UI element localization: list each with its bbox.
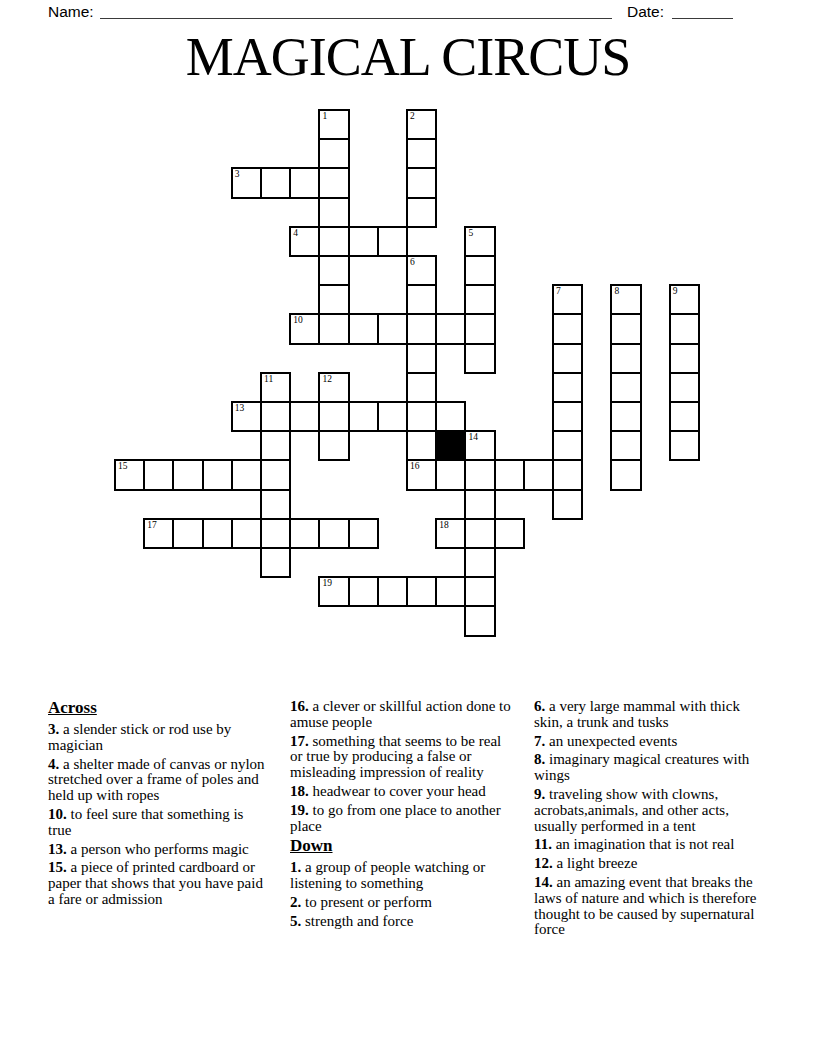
- clue-number: 2: [410, 111, 415, 121]
- down-header: Down: [290, 837, 517, 855]
- clue-down-1: 1. a group of people watching or listeni…: [290, 860, 517, 892]
- grid-cell[interactable]: [202, 518, 233, 549]
- grid-cell[interactable]: [318, 197, 349, 228]
- clue-column-middle: 16. a clever or skillful action done to …: [290, 699, 517, 933]
- grid-cell[interactable]: [260, 547, 291, 578]
- grid-cell[interactable]: [231, 459, 262, 490]
- clue-number: 12: [322, 374, 332, 384]
- clue-number: 14: [468, 432, 478, 442]
- grid-cell[interactable]: [289, 167, 320, 198]
- grid-cell[interactable]: [260, 518, 291, 549]
- grid-cell[interactable]: [494, 459, 525, 490]
- grid-cell[interactable]: [552, 489, 583, 520]
- grid-cell[interactable]: [464, 576, 495, 607]
- clue-column-left: Across3. a slender stick or rod use by m…: [48, 699, 268, 911]
- grid-cell[interactable]: 8: [610, 284, 641, 315]
- grid-cell[interactable]: [202, 459, 233, 490]
- grid-cell[interactable]: 14: [464, 430, 495, 461]
- grid-cell[interactable]: [348, 226, 379, 257]
- clue-across-4: 4. a shelter made of canvas or nylon str…: [48, 757, 268, 804]
- grid-cell[interactable]: [669, 401, 700, 432]
- black-cell: [435, 430, 466, 461]
- grid-cell[interactable]: [260, 489, 291, 520]
- grid-cell[interactable]: 9: [669, 284, 700, 315]
- grid-cell[interactable]: [494, 518, 525, 549]
- grid-cell[interactable]: 11: [260, 372, 291, 403]
- worksheet-page: Name: Date: MAGICAL CIRCUS 1234567891011…: [0, 0, 816, 1056]
- clue-number: 13: [235, 403, 245, 413]
- grid-cell[interactable]: [348, 518, 379, 549]
- grid-cell[interactable]: 19: [318, 576, 349, 607]
- grid-cell[interactable]: [406, 138, 437, 169]
- clue-across-10: 10. to feel sure that something is true: [48, 807, 268, 839]
- clue-number: 1: [322, 111, 327, 121]
- grid-cell[interactable]: [318, 313, 349, 344]
- grid-cell[interactable]: 17: [143, 518, 174, 549]
- grid-cell[interactable]: [669, 313, 700, 344]
- grid-cell[interactable]: [406, 284, 437, 315]
- grid-cell[interactable]: [406, 197, 437, 228]
- clue-number: 18: [439, 520, 449, 530]
- grid-cell[interactable]: [260, 430, 291, 461]
- grid-cell[interactable]: [464, 459, 495, 490]
- grid-cell[interactable]: [406, 576, 437, 607]
- clue-down-9: 9. traveling show with clowns, acrobats,…: [534, 787, 760, 834]
- clue-number: 7: [556, 286, 561, 296]
- grid-cell[interactable]: [464, 605, 495, 636]
- clue-number: 8: [614, 286, 619, 296]
- clue-across-15: 15. a piece of printed cardboard or pape…: [48, 860, 268, 907]
- grid-cell[interactable]: [435, 313, 466, 344]
- clue-across-18: 18. headwear to cover your head: [290, 784, 517, 800]
- grid-cell[interactable]: [435, 401, 466, 432]
- grid-cell[interactable]: 13: [231, 401, 262, 432]
- grid-cell[interactable]: 3: [231, 167, 262, 198]
- grid-cell[interactable]: [289, 401, 320, 432]
- grid-cell[interactable]: [172, 459, 203, 490]
- grid-cell[interactable]: [406, 313, 437, 344]
- grid-cell[interactable]: [318, 430, 349, 461]
- clue-down-14: 14. an amazing event that breaks the law…: [534, 875, 760, 938]
- grid-cell[interactable]: [552, 313, 583, 344]
- name-label: Name:: [48, 3, 94, 21]
- grid-cell[interactable]: [669, 343, 700, 374]
- grid-cell[interactable]: 4: [289, 226, 320, 257]
- grid-cell[interactable]: [610, 313, 641, 344]
- grid-cell[interactable]: [377, 226, 408, 257]
- grid-cell[interactable]: [377, 313, 408, 344]
- crossword-grid: 12345678910111213141516171819: [115, 110, 703, 640]
- grid-cell[interactable]: [464, 518, 495, 549]
- clue-number: 6: [410, 257, 415, 267]
- grid-cell[interactable]: [377, 401, 408, 432]
- grid-cell[interactable]: [464, 547, 495, 578]
- grid-cell[interactable]: [610, 372, 641, 403]
- grid-cell[interactable]: [669, 372, 700, 403]
- grid-cell[interactable]: [406, 167, 437, 198]
- grid-cell[interactable]: [435, 576, 466, 607]
- clue-down-6: 6. a very large mammal with thick skin, …: [534, 699, 760, 731]
- clue-across-3: 3. a slender stick or rod use by magicia…: [48, 722, 268, 754]
- grid-cell[interactable]: [552, 343, 583, 374]
- name-input-line[interactable]: [100, 18, 612, 19]
- grid-cell[interactable]: [172, 518, 203, 549]
- grid-cell[interactable]: [552, 372, 583, 403]
- clue-across-17: 17. something that seems to be real or t…: [290, 734, 517, 781]
- grid-cell[interactable]: [552, 430, 583, 461]
- grid-cell[interactable]: [610, 459, 641, 490]
- grid-cell[interactable]: [318, 167, 349, 198]
- grid-cell[interactable]: 1: [318, 109, 349, 140]
- grid-cell[interactable]: 18: [435, 518, 466, 549]
- clue-number: 10: [293, 315, 303, 325]
- grid-cell[interactable]: [348, 576, 379, 607]
- grid-cell[interactable]: [610, 343, 641, 374]
- grid-cell[interactable]: [260, 401, 291, 432]
- clue-down-5: 5. strength and force: [290, 914, 517, 930]
- grid-cell[interactable]: [318, 401, 349, 432]
- date-input-line[interactable]: [672, 18, 733, 19]
- grid-cell[interactable]: 5: [464, 226, 495, 257]
- grid-cell[interactable]: [318, 255, 349, 286]
- grid-cell[interactable]: [406, 372, 437, 403]
- grid-cell[interactable]: 10: [289, 313, 320, 344]
- grid-cell[interactable]: 12: [318, 372, 349, 403]
- clue-number: 5: [468, 228, 473, 238]
- grid-cell[interactable]: [464, 313, 495, 344]
- grid-cell[interactable]: [377, 576, 408, 607]
- clue-number: 15: [118, 461, 128, 471]
- clue-down-12: 12. a light breeze: [534, 856, 760, 872]
- grid-cell[interactable]: [406, 401, 437, 432]
- across-header: Across: [48, 699, 268, 717]
- grid-cell[interactable]: [552, 401, 583, 432]
- grid-cell[interactable]: [610, 430, 641, 461]
- clue-number: 11: [264, 374, 273, 384]
- grid-cell[interactable]: [260, 167, 291, 198]
- grid-cell[interactable]: [318, 138, 349, 169]
- grid-cell[interactable]: [348, 401, 379, 432]
- grid-cell[interactable]: [318, 284, 349, 315]
- grid-cell[interactable]: 2: [406, 109, 437, 140]
- grid-cell[interactable]: [610, 401, 641, 432]
- grid-cell[interactable]: [289, 518, 320, 549]
- clue-number: 9: [673, 286, 678, 296]
- grid-cell[interactable]: [464, 489, 495, 520]
- grid-cell[interactable]: [318, 226, 349, 257]
- clue-number: 17: [147, 520, 157, 530]
- clue-across-16: 16. a clever or skillful action done to …: [290, 699, 517, 731]
- clue-across-19: 19. to go from one place to another plac…: [290, 803, 517, 835]
- grid-cell[interactable]: [464, 255, 495, 286]
- grid-cell[interactable]: [669, 430, 700, 461]
- grid-cell[interactable]: 15: [114, 459, 145, 490]
- grid-cell[interactable]: 16: [406, 459, 437, 490]
- clue-down-8: 8. imaginary magical creatures with wing…: [534, 752, 760, 784]
- date-label: Date:: [627, 3, 664, 21]
- grid-cell[interactable]: [348, 313, 379, 344]
- clue-number: 3: [235, 169, 240, 179]
- clue-number: 19: [322, 578, 332, 588]
- grid-cell[interactable]: [406, 343, 437, 374]
- grid-cell[interactable]: 7: [552, 284, 583, 315]
- grid-cell[interactable]: [464, 284, 495, 315]
- grid-cell[interactable]: [435, 459, 466, 490]
- clue-number: 16: [410, 461, 420, 471]
- clue-across-13: 13. a person who performs magic: [48, 842, 268, 858]
- clue-down-11: 11. an imagination that is not real: [534, 837, 760, 853]
- grid-cell[interactable]: [406, 430, 437, 461]
- grid-cell[interactable]: 6: [406, 255, 437, 286]
- grid-cell[interactable]: [143, 459, 174, 490]
- grid-cell[interactable]: [260, 459, 291, 490]
- page-title: MAGICAL CIRCUS: [0, 30, 816, 84]
- grid-cell[interactable]: [318, 518, 349, 549]
- clue-down-7: 7. an unexpected events: [534, 734, 760, 750]
- clue-number: 4: [293, 228, 298, 238]
- grid-cell[interactable]: [523, 459, 554, 490]
- grid-cell[interactable]: [231, 518, 262, 549]
- grid-cell[interactable]: [552, 459, 583, 490]
- clue-column-right: 6. a very large mammal with thick skin, …: [534, 699, 760, 941]
- clue-down-2: 2. to present or perform: [290, 895, 517, 911]
- grid-cell[interactable]: [464, 343, 495, 374]
